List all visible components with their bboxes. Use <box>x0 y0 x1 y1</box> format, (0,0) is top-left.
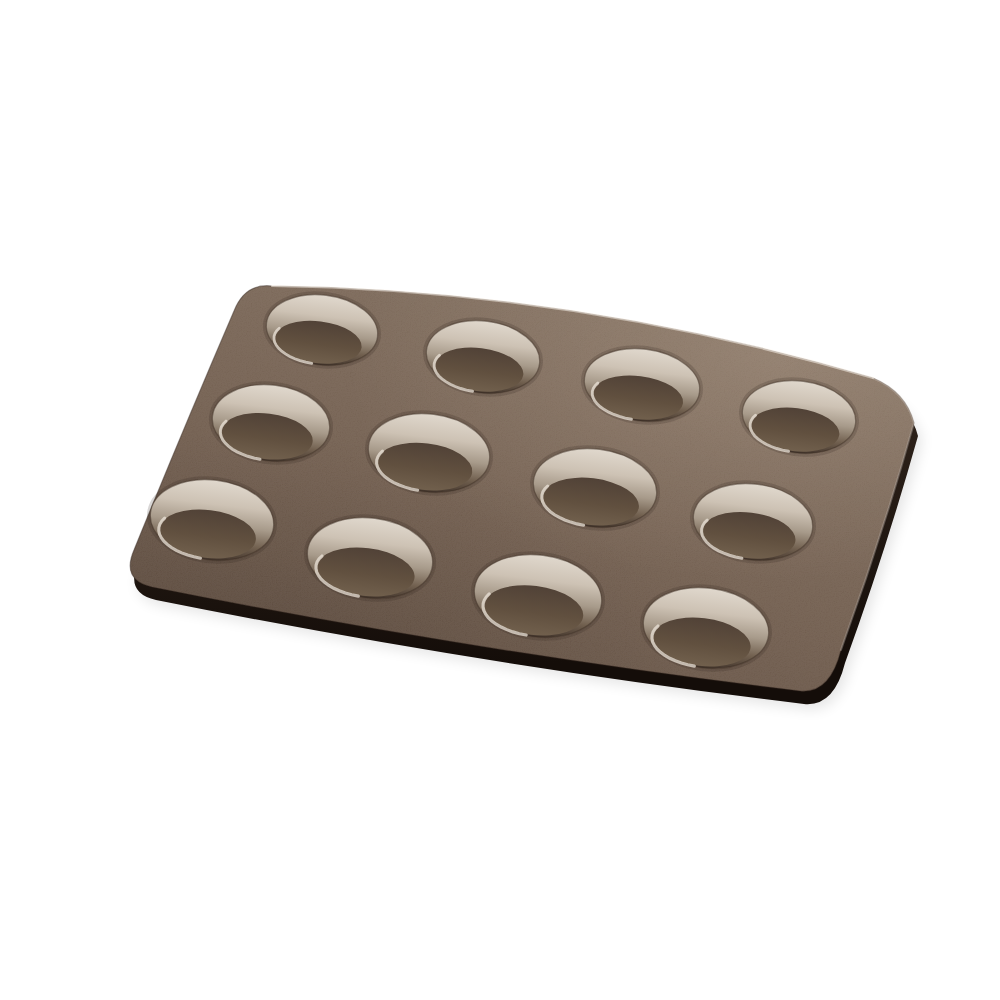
product-photo-canvas <box>0 0 1000 1000</box>
muffin-pan-photo-svg <box>0 0 1000 1000</box>
muffin-pan-photo <box>0 0 1000 1000</box>
